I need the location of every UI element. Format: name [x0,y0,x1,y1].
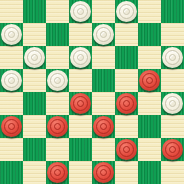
square-r1c1 [23,23,46,46]
square-r5c1 [23,115,46,138]
square-r4c0 [0,92,23,115]
red-man[interactable] [47,162,68,183]
square-r3c4[interactable] [92,69,115,92]
white-man[interactable] [24,47,45,68]
red-man[interactable] [116,93,137,114]
square-r3c1 [23,69,46,92]
square-r1c0[interactable] [0,23,23,46]
white-man[interactable] [162,93,183,114]
square-r1c6[interactable] [138,23,161,46]
white-man[interactable] [47,70,68,91]
square-r1c5 [115,23,138,46]
square-r0c3[interactable] [69,0,92,23]
square-r0c1[interactable] [23,0,46,23]
square-r6c5[interactable] [115,138,138,161]
square-r0c2 [46,0,69,23]
square-r2c5[interactable] [115,46,138,69]
white-man[interactable] [116,1,137,22]
square-r2c3[interactable] [69,46,92,69]
square-r6c4 [92,138,115,161]
square-r3c7 [161,69,184,92]
white-man[interactable] [93,24,114,45]
square-r2c4 [92,46,115,69]
square-r5c7 [161,115,184,138]
square-r2c1[interactable] [23,46,46,69]
square-r5c3 [69,115,92,138]
square-r3c0[interactable] [0,69,23,92]
square-r2c7[interactable] [161,46,184,69]
square-r6c2 [46,138,69,161]
red-man[interactable] [116,139,137,160]
square-r6c6 [138,138,161,161]
square-r1c7 [161,23,184,46]
red-man[interactable] [47,116,68,137]
white-man[interactable] [1,70,22,91]
square-r4c3[interactable] [69,92,92,115]
square-r3c6[interactable] [138,69,161,92]
square-r6c1[interactable] [23,138,46,161]
square-r4c1[interactable] [23,92,46,115]
white-man[interactable] [162,47,183,68]
square-r4c6 [138,92,161,115]
square-r5c2[interactable] [46,115,69,138]
red-man[interactable] [139,70,160,91]
square-r6c3[interactable] [69,138,92,161]
white-man[interactable] [70,1,91,22]
square-r4c7[interactable] [161,92,184,115]
square-r0c0 [0,0,23,23]
square-r7c5 [115,161,138,184]
square-r3c3 [69,69,92,92]
square-r0c6 [138,0,161,23]
square-r0c4 [92,0,115,23]
square-r0c5[interactable] [115,0,138,23]
square-r1c2[interactable] [46,23,69,46]
square-r3c5 [115,69,138,92]
square-r5c5 [115,115,138,138]
red-man[interactable] [70,93,91,114]
square-r1c4[interactable] [92,23,115,46]
red-man[interactable] [1,116,22,137]
square-r7c1 [23,161,46,184]
square-r3c2[interactable] [46,69,69,92]
red-man[interactable] [93,162,114,183]
square-r4c4 [92,92,115,115]
checkers-board [0,0,184,184]
square-r4c5[interactable] [115,92,138,115]
square-r7c6[interactable] [138,161,161,184]
white-man[interactable] [1,24,22,45]
square-r5c6[interactable] [138,115,161,138]
square-r5c4[interactable] [92,115,115,138]
square-r2c2 [46,46,69,69]
square-r7c0[interactable] [0,161,23,184]
square-r4c2 [46,92,69,115]
square-r7c3 [69,161,92,184]
square-r7c4[interactable] [92,161,115,184]
square-r0c7[interactable] [161,0,184,23]
red-man[interactable] [162,139,183,160]
red-man[interactable] [93,116,114,137]
square-r2c0 [0,46,23,69]
white-man[interactable] [70,47,91,68]
square-r5c0[interactable] [0,115,23,138]
square-r1c3 [69,23,92,46]
square-r6c0 [0,138,23,161]
square-r2c6 [138,46,161,69]
square-r7c2[interactable] [46,161,69,184]
square-r6c7[interactable] [161,138,184,161]
square-r7c7 [161,161,184,184]
